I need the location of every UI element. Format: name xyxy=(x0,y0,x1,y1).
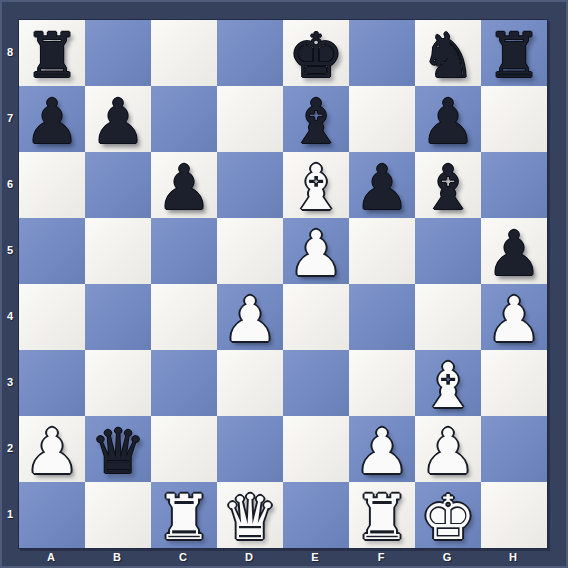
white-pawn: ♟ xyxy=(486,289,542,351)
square-c1[interactable]: ♜ xyxy=(151,482,217,548)
black-king: ♚ xyxy=(288,25,344,87)
square-a2[interactable]: ♟ xyxy=(19,416,85,482)
white-pawn: ♟ xyxy=(354,421,410,483)
square-d3[interactable] xyxy=(217,350,283,416)
square-h1[interactable] xyxy=(481,482,547,548)
black-pawn: ♟ xyxy=(420,91,476,153)
square-b6[interactable] xyxy=(85,152,151,218)
rank-label-8: 8 xyxy=(2,19,18,85)
rank-label-4: 4 xyxy=(2,283,18,349)
black-bishop: ♝ xyxy=(420,157,476,219)
square-g7[interactable]: ♟ xyxy=(415,86,481,152)
black-pawn: ♟ xyxy=(90,91,146,153)
square-g3[interactable]: ♝ xyxy=(415,350,481,416)
square-a4[interactable] xyxy=(19,284,85,350)
square-b3[interactable] xyxy=(85,350,151,416)
square-e1[interactable] xyxy=(283,482,349,548)
square-b7[interactable]: ♟ xyxy=(85,86,151,152)
black-rook: ♜ xyxy=(24,25,80,87)
square-f8[interactable] xyxy=(349,20,415,86)
square-h4[interactable]: ♟ xyxy=(481,284,547,350)
white-king: ♚ xyxy=(420,487,476,549)
black-rook: ♜ xyxy=(486,25,542,87)
square-b4[interactable] xyxy=(85,284,151,350)
square-e5[interactable]: ♟ xyxy=(283,218,349,284)
chess-board-frame: 87654321 ♜♚♞♜♟♟♝♟♟♝♟♝♟♟♟♟♝♟♛♟♟♜♛♜♚ ABCDE… xyxy=(0,0,568,568)
file-label-f: F xyxy=(348,547,414,566)
square-d6[interactable] xyxy=(217,152,283,218)
square-a5[interactable] xyxy=(19,218,85,284)
square-c4[interactable] xyxy=(151,284,217,350)
square-f6[interactable]: ♟ xyxy=(349,152,415,218)
square-b1[interactable] xyxy=(85,482,151,548)
square-f2[interactable]: ♟ xyxy=(349,416,415,482)
rank-label-2: 2 xyxy=(2,415,18,481)
black-queen: ♛ xyxy=(90,421,146,483)
white-bishop: ♝ xyxy=(288,157,344,219)
square-b8[interactable] xyxy=(85,20,151,86)
file-labels: ABCDEFGH xyxy=(18,547,546,566)
square-e2[interactable] xyxy=(283,416,349,482)
chess-board: ♜♚♞♜♟♟♝♟♟♝♟♝♟♟♟♟♝♟♛♟♟♜♛♜♚ xyxy=(18,19,548,549)
square-g5[interactable] xyxy=(415,218,481,284)
black-bishop: ♝ xyxy=(288,91,344,153)
square-c3[interactable] xyxy=(151,350,217,416)
rank-label-3: 3 xyxy=(2,349,18,415)
square-e7[interactable]: ♝ xyxy=(283,86,349,152)
white-pawn: ♟ xyxy=(24,421,80,483)
square-c8[interactable] xyxy=(151,20,217,86)
white-pawn: ♟ xyxy=(222,289,278,351)
square-a1[interactable] xyxy=(19,482,85,548)
square-g4[interactable] xyxy=(415,284,481,350)
square-h8[interactable]: ♜ xyxy=(481,20,547,86)
square-e4[interactable] xyxy=(283,284,349,350)
square-a8[interactable]: ♜ xyxy=(19,20,85,86)
square-h2[interactable] xyxy=(481,416,547,482)
square-c7[interactable] xyxy=(151,86,217,152)
black-pawn: ♟ xyxy=(354,157,410,219)
square-b5[interactable] xyxy=(85,218,151,284)
black-pawn: ♟ xyxy=(156,157,212,219)
white-pawn: ♟ xyxy=(288,223,344,285)
white-bishop: ♝ xyxy=(420,355,476,417)
square-a6[interactable] xyxy=(19,152,85,218)
square-c2[interactable] xyxy=(151,416,217,482)
square-a3[interactable] xyxy=(19,350,85,416)
square-h7[interactable] xyxy=(481,86,547,152)
square-d5[interactable] xyxy=(217,218,283,284)
square-c5[interactable] xyxy=(151,218,217,284)
square-h3[interactable] xyxy=(481,350,547,416)
square-e8[interactable]: ♚ xyxy=(283,20,349,86)
square-f3[interactable] xyxy=(349,350,415,416)
square-h5[interactable]: ♟ xyxy=(481,218,547,284)
file-label-b: B xyxy=(84,547,150,566)
rank-label-5: 5 xyxy=(2,217,18,283)
square-f1[interactable]: ♜ xyxy=(349,482,415,548)
square-d1[interactable]: ♛ xyxy=(217,482,283,548)
file-label-a: A xyxy=(18,547,84,566)
black-pawn: ♟ xyxy=(486,223,542,285)
square-f5[interactable] xyxy=(349,218,415,284)
square-g2[interactable]: ♟ xyxy=(415,416,481,482)
rank-labels: 87654321 xyxy=(2,19,18,547)
file-label-h: H xyxy=(480,547,546,566)
square-d8[interactable] xyxy=(217,20,283,86)
black-pawn: ♟ xyxy=(24,91,80,153)
square-f7[interactable] xyxy=(349,86,415,152)
white-rook: ♜ xyxy=(156,487,212,549)
square-h6[interactable] xyxy=(481,152,547,218)
square-d2[interactable] xyxy=(217,416,283,482)
square-g6[interactable]: ♝ xyxy=(415,152,481,218)
rank-label-1: 1 xyxy=(2,481,18,547)
file-label-c: C xyxy=(150,547,216,566)
file-label-e: E xyxy=(282,547,348,566)
square-g1[interactable]: ♚ xyxy=(415,482,481,548)
square-d4[interactable]: ♟ xyxy=(217,284,283,350)
square-e6[interactable]: ♝ xyxy=(283,152,349,218)
black-knight: ♞ xyxy=(420,25,476,87)
file-label-g: G xyxy=(414,547,480,566)
rank-label-7: 7 xyxy=(2,85,18,151)
file-label-d: D xyxy=(216,547,282,566)
square-g8[interactable]: ♞ xyxy=(415,20,481,86)
square-f4[interactable] xyxy=(349,284,415,350)
square-c6[interactable]: ♟ xyxy=(151,152,217,218)
square-a7[interactable]: ♟ xyxy=(19,86,85,152)
white-rook: ♜ xyxy=(354,487,410,549)
white-pawn: ♟ xyxy=(420,421,476,483)
white-queen: ♛ xyxy=(222,487,278,549)
square-e3[interactable] xyxy=(283,350,349,416)
square-b2[interactable]: ♛ xyxy=(85,416,151,482)
square-d7[interactable] xyxy=(217,86,283,152)
rank-label-6: 6 xyxy=(2,151,18,217)
